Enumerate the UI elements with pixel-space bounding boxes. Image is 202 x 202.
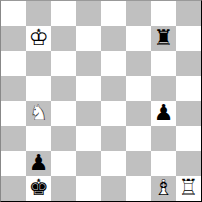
square-b3 — [26, 126, 51, 151]
square-h5 — [176, 76, 201, 101]
square-b6 — [26, 51, 51, 76]
square-d6 — [76, 51, 101, 76]
square-b2: ♟ — [26, 151, 51, 176]
black-rook-icon: ♜ — [154, 27, 174, 49]
square-h6 — [176, 51, 201, 76]
square-a1 — [1, 176, 26, 201]
black-pawn-icon: ♟ — [29, 152, 49, 174]
square-a7 — [1, 26, 26, 51]
square-a8 — [1, 1, 26, 26]
square-h4 — [176, 101, 201, 126]
square-e4 — [101, 101, 126, 126]
piece-outline: ♘ — [29, 100, 49, 125]
square-g4: ♟ — [151, 101, 176, 126]
white-bishop-icon: ♝♗ — [154, 177, 174, 199]
square-e1 — [101, 176, 126, 201]
square-e8 — [101, 1, 126, 26]
square-d1 — [76, 176, 101, 201]
square-g6 — [151, 51, 176, 76]
square-d5 — [76, 76, 101, 101]
square-f5 — [126, 76, 151, 101]
square-a4 — [1, 101, 26, 126]
square-h1: ♜♖ — [176, 176, 201, 201]
square-d8 — [76, 1, 101, 26]
square-e3 — [101, 126, 126, 151]
square-b5 — [26, 76, 51, 101]
square-b8 — [26, 1, 51, 26]
white-knight-icon: ♞♘ — [29, 102, 49, 124]
square-g7: ♜ — [151, 26, 176, 51]
square-c1 — [51, 176, 76, 201]
square-g2 — [151, 151, 176, 176]
square-e5 — [101, 76, 126, 101]
square-d7 — [76, 26, 101, 51]
piece-outline: ♖ — [179, 175, 199, 200]
square-b7: ♚♔ — [26, 26, 51, 51]
square-d4 — [76, 101, 101, 126]
square-c7 — [51, 26, 76, 51]
square-a3 — [1, 126, 26, 151]
square-f7 — [126, 26, 151, 51]
square-c4 — [51, 101, 76, 126]
square-f8 — [126, 1, 151, 26]
piece-outline: ♗ — [154, 175, 174, 200]
square-h7 — [176, 26, 201, 51]
white-king-icon: ♚♔ — [29, 27, 49, 49]
piece-outline: ♔ — [29, 25, 49, 50]
square-c5 — [51, 76, 76, 101]
square-d3 — [76, 126, 101, 151]
black-king-icon: ♚ — [29, 177, 49, 199]
square-c2 — [51, 151, 76, 176]
black-pawn-icon: ♟ — [154, 102, 174, 124]
square-g5 — [151, 76, 176, 101]
square-f3 — [126, 126, 151, 151]
square-c6 — [51, 51, 76, 76]
square-f6 — [126, 51, 151, 76]
square-d2 — [76, 151, 101, 176]
square-a6 — [1, 51, 26, 76]
square-f2 — [126, 151, 151, 176]
square-f1 — [126, 176, 151, 201]
square-f4 — [126, 101, 151, 126]
square-c3 — [51, 126, 76, 151]
square-b4: ♞♘ — [26, 101, 51, 126]
square-g1: ♝♗ — [151, 176, 176, 201]
square-e7 — [101, 26, 126, 51]
square-b1: ♚ — [26, 176, 51, 201]
square-c8 — [51, 1, 76, 26]
square-g8 — [151, 1, 176, 26]
white-rook-icon: ♜♖ — [179, 177, 199, 199]
square-e2 — [101, 151, 126, 176]
square-g3 — [151, 126, 176, 151]
square-a2 — [1, 151, 26, 176]
square-e6 — [101, 51, 126, 76]
chess-board: ♚♔♜♞♘♟♟♚♝♗♜♖ — [0, 0, 202, 202]
square-h3 — [176, 126, 201, 151]
square-h8 — [176, 1, 201, 26]
square-h2 — [176, 151, 201, 176]
square-a5 — [1, 76, 26, 101]
